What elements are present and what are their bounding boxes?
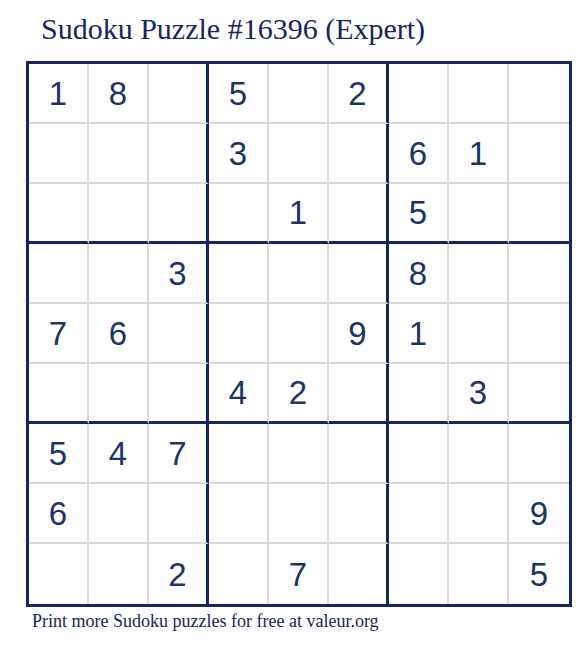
sudoku-page: Sudoku Puzzle #16396 (Expert) 1852361153…: [0, 0, 580, 651]
cell-r2c9: [509, 124, 569, 184]
cell-r6c5: 2: [269, 364, 329, 424]
cell-r9c3: 2: [149, 544, 209, 604]
cell-r1c5: [269, 64, 329, 124]
cell-r4c5: [269, 244, 329, 304]
cell-r6c2: [89, 364, 149, 424]
cell-r6c9: [509, 364, 569, 424]
cell-r2c8: 1: [449, 124, 509, 184]
cell-r2c2: [89, 124, 149, 184]
cell-r4c7: 8: [389, 244, 449, 304]
cell-r2c3: [149, 124, 209, 184]
cell-r8c8: [449, 484, 509, 544]
cell-r2c4: 3: [209, 124, 269, 184]
cell-r9c8: [449, 544, 509, 604]
cell-r7c1: 5: [29, 424, 89, 484]
cell-r7c8: [449, 424, 509, 484]
cell-r3c8: [449, 184, 509, 244]
cell-r3c2: [89, 184, 149, 244]
cell-r9c5: 7: [269, 544, 329, 604]
cell-r2c5: [269, 124, 329, 184]
cell-r1c7: [389, 64, 449, 124]
cell-r9c6: [329, 544, 389, 604]
cell-r6c8: 3: [449, 364, 509, 424]
cell-r7c6: [329, 424, 389, 484]
cell-r1c2: 8: [89, 64, 149, 124]
cell-r3c4: [209, 184, 269, 244]
cell-r5c1: 7: [29, 304, 89, 364]
cell-r7c3: 7: [149, 424, 209, 484]
cell-r1c6: 2: [329, 64, 389, 124]
cell-r6c7: [389, 364, 449, 424]
cell-r8c7: [389, 484, 449, 544]
cell-r9c1: [29, 544, 89, 604]
cell-r5c9: [509, 304, 569, 364]
sudoku-board: 18523611538769142354769275: [26, 61, 572, 607]
cell-r1c8: [449, 64, 509, 124]
cell-r8c3: [149, 484, 209, 544]
cell-r5c2: 6: [89, 304, 149, 364]
cell-r3c9: [509, 184, 569, 244]
cell-r1c9: [509, 64, 569, 124]
cell-r6c3: [149, 364, 209, 424]
page-title: Sudoku Puzzle #16396 (Expert): [41, 12, 425, 46]
cell-r8c5: [269, 484, 329, 544]
cell-r2c7: 6: [389, 124, 449, 184]
cell-r1c1: 1: [29, 64, 89, 124]
cell-r5c6: 9: [329, 304, 389, 364]
cell-r5c4: [209, 304, 269, 364]
cell-r4c3: 3: [149, 244, 209, 304]
cell-r9c7: [389, 544, 449, 604]
cell-r6c6: [329, 364, 389, 424]
cell-r3c7: 5: [389, 184, 449, 244]
cell-r4c2: [89, 244, 149, 304]
footer-text: Print more Sudoku puzzles for free at va…: [32, 611, 379, 632]
cell-r8c9: 9: [509, 484, 569, 544]
cell-r6c4: 4: [209, 364, 269, 424]
cell-r5c5: [269, 304, 329, 364]
cell-r3c3: [149, 184, 209, 244]
cell-r8c1: 6: [29, 484, 89, 544]
cell-r3c1: [29, 184, 89, 244]
cell-r9c9: 5: [509, 544, 569, 604]
cell-r3c6: [329, 184, 389, 244]
cell-r5c7: 1: [389, 304, 449, 364]
cell-r7c7: [389, 424, 449, 484]
cell-r3c5: 1: [269, 184, 329, 244]
cell-r4c4: [209, 244, 269, 304]
cell-r4c1: [29, 244, 89, 304]
cell-r6c1: [29, 364, 89, 424]
cell-r4c6: [329, 244, 389, 304]
cell-r7c4: [209, 424, 269, 484]
cell-r5c8: [449, 304, 509, 364]
cell-r8c2: [89, 484, 149, 544]
cell-r7c9: [509, 424, 569, 484]
cell-r1c3: [149, 64, 209, 124]
cell-r4c8: [449, 244, 509, 304]
cell-r7c2: 4: [89, 424, 149, 484]
cell-r7c5: [269, 424, 329, 484]
cell-r1c4: 5: [209, 64, 269, 124]
cell-r9c4: [209, 544, 269, 604]
cell-r2c6: [329, 124, 389, 184]
cell-r2c1: [29, 124, 89, 184]
cell-r5c3: [149, 304, 209, 364]
cell-r4c9: [509, 244, 569, 304]
cell-r8c4: [209, 484, 269, 544]
cell-r8c6: [329, 484, 389, 544]
cell-r9c2: [89, 544, 149, 604]
